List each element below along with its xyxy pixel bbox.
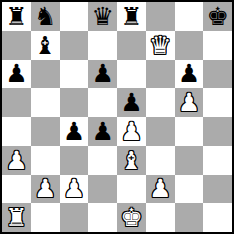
- square-g6[interactable]: ♟: [175, 60, 204, 89]
- square-h6[interactable]: [203, 60, 232, 89]
- square-f7[interactable]: ♛: [146, 31, 175, 60]
- square-b6[interactable]: [31, 60, 60, 89]
- square-b2[interactable]: ♟: [31, 175, 60, 204]
- square-h2[interactable]: [203, 175, 232, 204]
- piece-black-pawn[interactable]: ♟: [63, 119, 85, 144]
- piece-white-bishop[interactable]: ♝: [120, 148, 142, 173]
- square-f5[interactable]: [146, 88, 175, 117]
- square-d2[interactable]: [88, 175, 117, 204]
- square-a8[interactable]: ♜: [2, 2, 31, 31]
- piece-black-rook[interactable]: ♜: [5, 4, 27, 29]
- square-d8[interactable]: ♛: [88, 2, 117, 31]
- square-b3[interactable]: [31, 146, 60, 175]
- square-d3[interactable]: [88, 146, 117, 175]
- square-e4[interactable]: ♟: [117, 117, 146, 146]
- square-a5[interactable]: [2, 88, 31, 117]
- square-a6[interactable]: ♟: [2, 60, 31, 89]
- square-d1[interactable]: [88, 203, 117, 232]
- square-c8[interactable]: [60, 2, 89, 31]
- square-d7[interactable]: [88, 31, 117, 60]
- piece-white-queen[interactable]: ♛: [149, 33, 171, 58]
- square-b5[interactable]: [31, 88, 60, 117]
- square-f3[interactable]: [146, 146, 175, 175]
- square-b8[interactable]: ♞: [31, 2, 60, 31]
- piece-black-pawn[interactable]: ♟: [178, 61, 200, 86]
- square-d6[interactable]: ♟: [88, 60, 117, 89]
- square-c3[interactable]: [60, 146, 89, 175]
- square-g7[interactable]: [175, 31, 204, 60]
- square-e2[interactable]: [117, 175, 146, 204]
- square-e1[interactable]: ♚: [117, 203, 146, 232]
- square-g4[interactable]: [175, 117, 204, 146]
- square-g5[interactable]: ♟: [175, 88, 204, 117]
- piece-white-pawn[interactable]: ♟: [63, 176, 85, 201]
- square-h4[interactable]: [203, 117, 232, 146]
- square-f4[interactable]: [146, 117, 175, 146]
- square-c4[interactable]: ♟: [60, 117, 89, 146]
- piece-black-knight[interactable]: ♞: [34, 4, 56, 29]
- square-g2[interactable]: [175, 175, 204, 204]
- square-h3[interactable]: [203, 146, 232, 175]
- piece-white-pawn[interactable]: ♟: [5, 148, 27, 173]
- square-a4[interactable]: [2, 117, 31, 146]
- square-a1[interactable]: ♜: [2, 203, 31, 232]
- square-d5[interactable]: [88, 88, 117, 117]
- square-a3[interactable]: ♟: [2, 146, 31, 175]
- square-a2[interactable]: [2, 175, 31, 204]
- square-h8[interactable]: ♚: [203, 2, 232, 31]
- piece-white-king[interactable]: ♚: [120, 205, 142, 230]
- piece-white-pawn[interactable]: ♟: [178, 90, 200, 115]
- square-h1[interactable]: [203, 203, 232, 232]
- square-a7[interactable]: [2, 31, 31, 60]
- square-c2[interactable]: ♟: [60, 175, 89, 204]
- piece-black-pawn[interactable]: ♟: [120, 90, 142, 115]
- square-c5[interactable]: [60, 88, 89, 117]
- piece-white-pawn[interactable]: ♟: [34, 176, 56, 201]
- piece-black-bishop[interactable]: ♝: [34, 33, 56, 58]
- square-g8[interactable]: [175, 2, 204, 31]
- square-f6[interactable]: [146, 60, 175, 89]
- piece-black-pawn[interactable]: ♟: [5, 61, 27, 86]
- square-b1[interactable]: [31, 203, 60, 232]
- piece-white-pawn[interactable]: ♟: [120, 119, 142, 144]
- piece-white-pawn[interactable]: ♟: [149, 176, 171, 201]
- square-g3[interactable]: [175, 146, 204, 175]
- piece-black-pawn[interactable]: ♟: [91, 61, 113, 86]
- square-e5[interactable]: ♟: [117, 88, 146, 117]
- square-c1[interactable]: [60, 203, 89, 232]
- piece-black-queen[interactable]: ♛: [91, 4, 113, 29]
- square-b7[interactable]: ♝: [31, 31, 60, 60]
- square-e8[interactable]: ♜: [117, 2, 146, 31]
- square-b4[interactable]: [31, 117, 60, 146]
- piece-black-pawn[interactable]: ♟: [91, 119, 113, 144]
- piece-black-rook[interactable]: ♜: [120, 4, 142, 29]
- square-d4[interactable]: ♟: [88, 117, 117, 146]
- square-c6[interactable]: [60, 60, 89, 89]
- piece-white-rook[interactable]: ♜: [5, 205, 27, 230]
- square-f2[interactable]: ♟: [146, 175, 175, 204]
- square-f8[interactable]: [146, 2, 175, 31]
- square-h7[interactable]: [203, 31, 232, 60]
- square-f1[interactable]: [146, 203, 175, 232]
- square-e3[interactable]: ♝: [117, 146, 146, 175]
- square-e6[interactable]: [117, 60, 146, 89]
- chess-board: ♜♞♛♜♚♝♛♟♟♟♟♟♟♟♟♟♝♟♟♟♜♚: [0, 0, 234, 234]
- square-g1[interactable]: [175, 203, 204, 232]
- square-h5[interactable]: [203, 88, 232, 117]
- square-e7[interactable]: [117, 31, 146, 60]
- square-c7[interactable]: [60, 31, 89, 60]
- piece-black-king[interactable]: ♚: [206, 4, 228, 29]
